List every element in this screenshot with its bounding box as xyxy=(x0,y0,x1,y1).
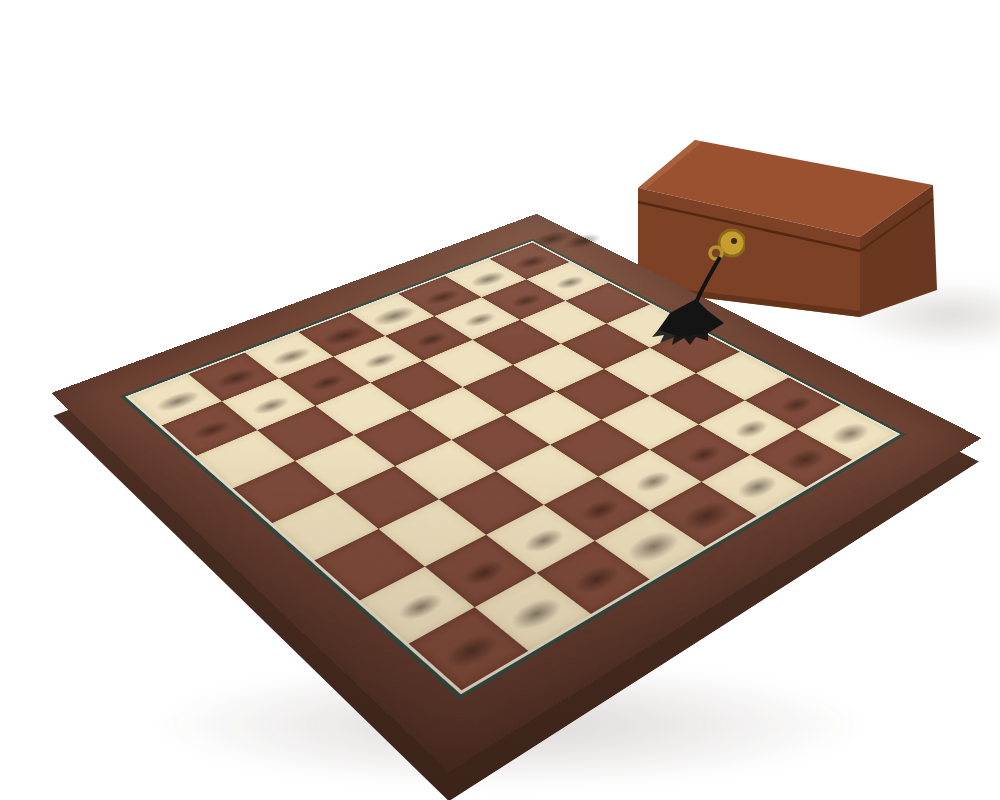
product-photo-scene: ♜♞♝♛♚♝♞♜♟♟♟♟♟♟♟♟♟♟♟♟♟♟♟♟♜♞♝♛♚♝♞♜♛♛ xyxy=(0,0,1000,800)
black-pawn-glyph: ♟ xyxy=(296,305,358,388)
board-frame: ♜♞♝♛♚♝♞♜♟♟♟♟♟♟♟♟♟♟♟♟♟♟♟♟♜♞♝♛♚♝♞♜♛♛ xyxy=(51,214,981,772)
keyhole-icon xyxy=(731,238,737,244)
black-pawn-glyph: ♟ xyxy=(179,349,245,436)
black-pawn-glyph: ♟ xyxy=(350,285,411,366)
tassel-cord xyxy=(696,257,720,303)
key-and-tassel xyxy=(650,225,745,350)
pieces-layer: ♜♞♝♛♚♝♞♜♟♟♟♟♟♟♟♟♟♟♟♟♟♟♟♟♜♞♝♛♚♝♞♜♛♛ xyxy=(51,214,981,772)
white-rook-glyph: ♜ xyxy=(423,528,521,659)
black-pawn-glyph: ♟ xyxy=(239,326,303,411)
chess-scene: ♜♞♝♛♚♝♞♜♟♟♟♟♟♟♟♟♟♟♟♟♟♟♟♟♜♞♝♛♚♝♞♜♛♛ xyxy=(0,0,1000,800)
